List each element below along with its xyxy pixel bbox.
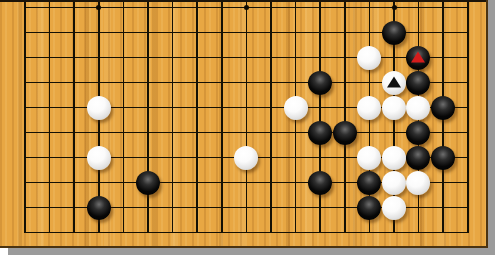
board-intersection[interactable] bbox=[308, 70, 333, 95]
board-intersection[interactable] bbox=[382, 20, 407, 45]
board-intersection[interactable] bbox=[406, 145, 431, 170]
board-intersection[interactable] bbox=[406, 170, 431, 195]
board-intersection[interactable] bbox=[431, 95, 456, 120]
black-stone[interactable] bbox=[308, 71, 332, 95]
black-stone[interactable] bbox=[382, 21, 406, 45]
board-intersection[interactable] bbox=[86, 95, 111, 120]
board-shadow-bottom bbox=[8, 248, 495, 255]
white-stone[interactable] bbox=[382, 171, 406, 195]
white-stone[interactable] bbox=[382, 196, 406, 220]
board-intersection[interactable] bbox=[382, 145, 407, 170]
black-stone[interactable] bbox=[308, 121, 332, 145]
board-intersection[interactable] bbox=[357, 170, 382, 195]
white-stone[interactable] bbox=[234, 146, 258, 170]
board-intersection[interactable] bbox=[406, 45, 431, 70]
black-stone[interactable] bbox=[431, 96, 455, 120]
board-intersection[interactable] bbox=[406, 95, 431, 120]
black-stone[interactable] bbox=[406, 71, 430, 95]
board-intersection[interactable] bbox=[357, 145, 382, 170]
board-intersection[interactable] bbox=[86, 145, 111, 170]
white-stone[interactable] bbox=[406, 96, 430, 120]
board-shadow-right bbox=[488, 0, 495, 255]
board-top-edge-line bbox=[0, 0, 486, 2]
black-stone[interactable] bbox=[406, 46, 430, 70]
board-intersection[interactable] bbox=[86, 195, 111, 220]
page-background bbox=[0, 0, 500, 260]
board-cells bbox=[13, 0, 480, 245]
black-stone[interactable] bbox=[87, 196, 111, 220]
board-intersection[interactable] bbox=[357, 95, 382, 120]
black-stone[interactable] bbox=[136, 171, 160, 195]
black-triangle-marker bbox=[387, 76, 401, 87]
black-stone[interactable] bbox=[357, 171, 381, 195]
white-stone[interactable] bbox=[382, 96, 406, 120]
black-stone[interactable] bbox=[333, 121, 357, 145]
go-board[interactable] bbox=[0, 0, 488, 248]
white-stone[interactable] bbox=[382, 71, 406, 95]
red-triangle-marker bbox=[411, 51, 425, 62]
board-intersection[interactable] bbox=[308, 120, 333, 145]
white-stone[interactable] bbox=[357, 146, 381, 170]
board-intersection[interactable] bbox=[406, 120, 431, 145]
black-stone[interactable] bbox=[406, 121, 430, 145]
white-stone[interactable] bbox=[406, 171, 430, 195]
white-stone[interactable] bbox=[357, 96, 381, 120]
board-intersection[interactable] bbox=[382, 70, 407, 95]
board-intersection[interactable] bbox=[382, 195, 407, 220]
white-stone[interactable] bbox=[284, 96, 308, 120]
black-stone[interactable] bbox=[357, 196, 381, 220]
white-stone[interactable] bbox=[357, 46, 381, 70]
board-intersection[interactable] bbox=[431, 145, 456, 170]
white-stone[interactable] bbox=[382, 146, 406, 170]
board-intersection[interactable] bbox=[234, 145, 259, 170]
board-intersection[interactable] bbox=[136, 170, 161, 195]
board-intersection[interactable] bbox=[357, 195, 382, 220]
board-intersection[interactable] bbox=[332, 120, 357, 145]
white-stone[interactable] bbox=[87, 146, 111, 170]
black-stone[interactable] bbox=[431, 146, 455, 170]
black-stone[interactable] bbox=[406, 146, 430, 170]
board-intersection[interactable] bbox=[308, 170, 333, 195]
board-intersection[interactable] bbox=[406, 70, 431, 95]
white-stone[interactable] bbox=[87, 96, 111, 120]
black-stone[interactable] bbox=[308, 171, 332, 195]
board-intersection[interactable] bbox=[382, 170, 407, 195]
board-intersection[interactable] bbox=[382, 95, 407, 120]
board-intersection[interactable] bbox=[283, 95, 308, 120]
board-intersection[interactable] bbox=[357, 45, 382, 70]
